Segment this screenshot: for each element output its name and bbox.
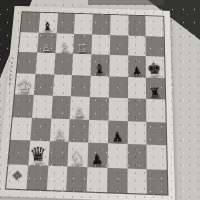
board-mat: ♝♙♗♖♝♟♚♔♜♙♙♟♛♘♟✥ bbox=[0, 6, 175, 200]
black-queen[interactable]: ♛ bbox=[27, 126, 48, 166]
square-h4[interactable] bbox=[146, 99, 165, 122]
white-pawn[interactable]: ♙ bbox=[36, 20, 55, 54]
square-g1[interactable] bbox=[127, 168, 147, 194]
white-king[interactable]: ♔ bbox=[14, 59, 33, 95]
chess-board[interactable]: ♝♙♗♖♝♟♚♔♜♙♙♟♛♘♟✥ bbox=[5, 11, 169, 195]
square-f5[interactable] bbox=[109, 76, 128, 98]
square-a5[interactable]: ♔ bbox=[15, 73, 35, 95]
square-a7[interactable] bbox=[19, 32, 39, 53]
photo-background: ♝♙♗♖♝♟♚♔♜♙♙♟♛♘♟✥ bbox=[0, 0, 200, 200]
square-b7[interactable]: ♙ bbox=[37, 32, 56, 53]
white-pawn[interactable]: ♙ bbox=[68, 82, 89, 119]
square-e1[interactable] bbox=[87, 167, 108, 193]
square-d4[interactable]: ♙ bbox=[70, 96, 90, 119]
black-pawn[interactable]: ♟ bbox=[105, 106, 127, 145]
margin-print-marks bbox=[9, 57, 14, 85]
square-f8[interactable] bbox=[110, 15, 128, 35]
photo-dark-top-edge bbox=[88, 0, 164, 5]
black-bishop[interactable]: ♝ bbox=[88, 41, 109, 76]
square-h8[interactable] bbox=[146, 16, 164, 36]
square-b6[interactable] bbox=[35, 53, 55, 75]
square-f1[interactable] bbox=[107, 167, 127, 193]
square-g4[interactable] bbox=[127, 98, 146, 121]
square-f6[interactable] bbox=[109, 55, 128, 77]
black-pawn[interactable]: ♟ bbox=[85, 128, 107, 168]
square-c1[interactable] bbox=[46, 165, 67, 191]
square-a2[interactable] bbox=[8, 140, 30, 165]
square-d1[interactable] bbox=[66, 166, 87, 192]
corner-emblem-icon: ✥ bbox=[6, 164, 28, 190]
square-h3[interactable] bbox=[147, 121, 167, 145]
square-c6[interactable] bbox=[54, 53, 73, 75]
square-h5[interactable]: ♜ bbox=[146, 77, 165, 99]
square-e8[interactable] bbox=[92, 14, 110, 34]
square-a1[interactable]: ✥ bbox=[6, 164, 28, 190]
square-g8[interactable] bbox=[128, 15, 146, 35]
square-e2[interactable]: ♟ bbox=[87, 143, 107, 168]
square-b1[interactable] bbox=[26, 164, 48, 190]
square-a4[interactable] bbox=[13, 94, 34, 117]
square-b5[interactable] bbox=[34, 73, 54, 95]
square-h2[interactable] bbox=[147, 145, 167, 170]
square-h1[interactable] bbox=[147, 169, 167, 195]
square-b2[interactable]: ♛ bbox=[28, 141, 49, 166]
square-e6[interactable]: ♝ bbox=[91, 54, 110, 76]
square-f3[interactable]: ♟ bbox=[108, 120, 128, 144]
square-g2[interactable] bbox=[127, 144, 147, 169]
square-e5[interactable] bbox=[90, 75, 109, 97]
square-g3[interactable] bbox=[127, 121, 147, 145]
square-f2[interactable] bbox=[107, 143, 127, 168]
white-knight[interactable]: ♘ bbox=[66, 127, 88, 167]
